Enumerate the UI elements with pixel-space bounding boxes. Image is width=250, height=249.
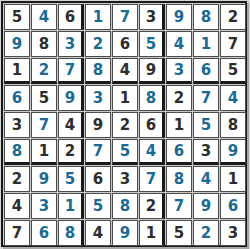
cell-r1c4[interactable]: 1 <box>85 4 111 30</box>
cell-r7c8[interactable]: 4 <box>193 166 219 192</box>
cell-r1c2[interactable]: 4 <box>31 4 57 30</box>
cell-r7c6[interactable]: 7 <box>139 166 165 192</box>
cell-r6c8[interactable]: 3 <box>193 139 219 165</box>
cell-r3c2[interactable]: 2 <box>31 58 57 84</box>
cell-r9c6[interactable]: 1 <box>139 220 165 246</box>
cell-r6c3[interactable]: 2 <box>58 139 84 165</box>
cell-r4c2[interactable]: 5 <box>31 85 57 111</box>
cell-r2c2[interactable]: 8 <box>31 31 57 57</box>
cell-r3c1[interactable]: 1 <box>4 58 30 84</box>
cell-r2c1[interactable]: 9 <box>4 31 30 57</box>
cell-r1c7[interactable]: 9 <box>166 4 192 30</box>
cell-r5c7[interactable]: 1 <box>166 112 192 138</box>
cell-r8c2[interactable]: 3 <box>31 193 57 219</box>
cell-r8c3[interactable]: 1 <box>58 193 84 219</box>
cell-r4c8[interactable]: 7 <box>193 85 219 111</box>
cell-r8c6[interactable]: 2 <box>139 193 165 219</box>
cell-r5c4[interactable]: 9 <box>85 112 111 138</box>
cell-r6c6[interactable]: 4 <box>139 139 165 165</box>
cell-r1c1[interactable]: 5 <box>4 4 30 30</box>
cell-r5c8[interactable]: 5 <box>193 112 219 138</box>
cell-r4c4[interactable]: 3 <box>85 85 111 111</box>
cell-r2c6[interactable]: 5 <box>139 31 165 57</box>
cell-r1c8[interactable]: 8 <box>193 4 219 30</box>
cell-r4c9[interactable]: 4 <box>220 85 246 111</box>
cell-r5c3[interactable]: 4 <box>58 112 84 138</box>
cell-r9c5[interactable]: 9 <box>112 220 138 246</box>
cell-r5c1[interactable]: 3 <box>4 112 30 138</box>
cell-r3c7[interactable]: 3 <box>166 58 192 84</box>
cell-r4c6[interactable]: 8 <box>139 85 165 111</box>
cell-r8c4[interactable]: 5 <box>85 193 111 219</box>
cell-r9c8[interactable]: 2 <box>193 220 219 246</box>
cell-r7c1[interactable]: 2 <box>4 166 30 192</box>
cell-r9c1[interactable]: 7 <box>4 220 30 246</box>
cell-r8c5[interactable]: 8 <box>112 193 138 219</box>
cell-r8c1[interactable]: 4 <box>4 193 30 219</box>
cell-r6c5[interactable]: 5 <box>112 139 138 165</box>
cell-r6c2[interactable]: 1 <box>31 139 57 165</box>
cell-r6c4[interactable]: 7 <box>85 139 111 165</box>
cell-r1c6[interactable]: 3 <box>139 4 165 30</box>
cell-r4c1[interactable]: 6 <box>4 85 30 111</box>
cell-r5c6[interactable]: 6 <box>139 112 165 138</box>
cell-r4c7[interactable]: 2 <box>166 85 192 111</box>
cell-r4c3[interactable]: 9 <box>58 85 84 111</box>
cell-r7c3[interactable]: 5 <box>58 166 84 192</box>
cell-r2c7[interactable]: 4 <box>166 31 192 57</box>
cell-r2c9[interactable]: 7 <box>220 31 246 57</box>
cell-r7c5[interactable]: 3 <box>112 166 138 192</box>
cell-r7c7[interactable]: 8 <box>166 166 192 192</box>
cell-r1c9[interactable]: 2 <box>220 4 246 30</box>
cell-r9c3[interactable]: 8 <box>58 220 84 246</box>
cell-r7c4[interactable]: 6 <box>85 166 111 192</box>
cell-r7c2[interactable]: 9 <box>31 166 57 192</box>
cell-r2c8[interactable]: 1 <box>193 31 219 57</box>
cell-r3c4[interactable]: 8 <box>85 58 111 84</box>
cell-r3c6[interactable]: 9 <box>139 58 165 84</box>
cell-r4c5[interactable]: 1 <box>112 85 138 111</box>
cell-r5c5[interactable]: 2 <box>112 112 138 138</box>
cell-r8c9[interactable]: 6 <box>220 193 246 219</box>
cell-r3c5[interactable]: 4 <box>112 58 138 84</box>
cell-r2c5[interactable]: 6 <box>112 31 138 57</box>
cell-r6c7[interactable]: 6 <box>166 139 192 165</box>
cell-r9c4[interactable]: 4 <box>85 220 111 246</box>
cell-r5c9[interactable]: 8 <box>220 112 246 138</box>
cell-r1c5[interactable]: 7 <box>112 4 138 30</box>
cell-r3c9[interactable]: 5 <box>220 58 246 84</box>
cell-r8c7[interactable]: 7 <box>166 193 192 219</box>
cell-r7c9[interactable]: 1 <box>220 166 246 192</box>
sudoku-app-frame: 5461739829832654171278493656593182743749… <box>0 0 250 249</box>
cell-r9c2[interactable]: 6 <box>31 220 57 246</box>
cell-r6c9[interactable]: 9 <box>220 139 246 165</box>
cell-r8c8[interactable]: 9 <box>193 193 219 219</box>
cell-r3c3[interactable]: 7 <box>58 58 84 84</box>
cell-r3c8[interactable]: 6 <box>193 58 219 84</box>
cell-r2c4[interactable]: 2 <box>85 31 111 57</box>
cell-r1c3[interactable]: 6 <box>58 4 84 30</box>
cell-r9c9[interactable]: 3 <box>220 220 246 246</box>
cell-r6c1[interactable]: 8 <box>4 139 30 165</box>
sudoku-board: 5461739829832654171278493656593182743749… <box>1 1 247 247</box>
cell-r2c3[interactable]: 3 <box>58 31 84 57</box>
cell-r5c2[interactable]: 7 <box>31 112 57 138</box>
cell-r9c7[interactable]: 5 <box>166 220 192 246</box>
